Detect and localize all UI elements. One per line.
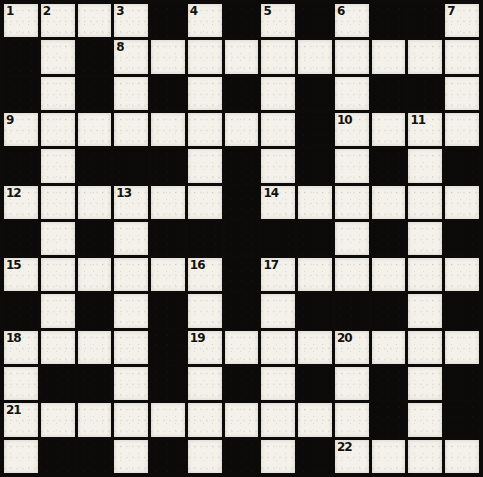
black-cell-r6c6 (225, 222, 259, 255)
white-cell-r2c12[interactable] (445, 77, 479, 110)
white-cell-r1c4[interactable] (151, 40, 185, 73)
black-cell-r6c7 (261, 222, 295, 255)
white-cell-r9c10[interactable] (372, 331, 406, 364)
white-cell-r7c4[interactable] (151, 258, 185, 291)
black-cell-r0c4 (151, 4, 185, 37)
black-cell-r1c2 (78, 40, 112, 73)
white-cell-r8c11[interactable] (408, 294, 442, 327)
black-cell-r4c10 (372, 149, 406, 182)
black-cell-r4c12 (445, 149, 479, 182)
white-cell-r10c5[interactable] (188, 367, 222, 400)
black-cell-r8c8 (298, 294, 332, 327)
white-cell-r11c3[interactable] (114, 403, 148, 436)
black-cell-r10c12 (445, 367, 479, 400)
white-cell-r7c2[interactable] (78, 258, 112, 291)
white-cell-r9c1[interactable] (41, 331, 75, 364)
clue-number-17: 17 (263, 258, 278, 272)
clue-number-21: 21 (6, 403, 21, 417)
white-cell-r7c9[interactable] (335, 258, 369, 291)
white-cell-r7c7[interactable]: 17 (261, 258, 295, 291)
black-cell-r0c10 (372, 4, 406, 37)
black-cell-r6c0 (4, 222, 38, 255)
black-cell-r0c11 (408, 4, 442, 37)
white-cell-r5c0[interactable]: 12 (4, 186, 38, 219)
white-cell-r6c11[interactable] (408, 222, 442, 255)
white-cell-r9c3[interactable] (114, 331, 148, 364)
clue-number-13: 13 (116, 186, 131, 200)
clue-number-10: 10 (337, 113, 352, 127)
white-cell-r0c12[interactable]: 7 (445, 4, 479, 37)
black-cell-r2c0 (4, 77, 38, 110)
white-cell-r12c11[interactable] (408, 440, 442, 473)
white-cell-r1c9[interactable] (335, 40, 369, 73)
white-cell-r0c3[interactable]: 3 (114, 4, 148, 37)
white-cell-r5c9[interactable] (335, 186, 369, 219)
white-cell-r12c3[interactable] (114, 440, 148, 473)
white-cell-r4c11[interactable] (408, 149, 442, 182)
black-cell-r3c8 (298, 113, 332, 146)
crossword-board: 12345678910111213141516171819202122 (0, 0, 483, 477)
clue-number-2: 2 (43, 4, 50, 18)
white-cell-r5c10[interactable] (372, 186, 406, 219)
white-cell-r9c2[interactable] (78, 331, 112, 364)
black-cell-r11c10 (372, 403, 406, 436)
white-cell-r11c11[interactable] (408, 403, 442, 436)
white-cell-r4c9[interactable] (335, 149, 369, 182)
white-cell-r3c10[interactable] (372, 113, 406, 146)
black-cell-r2c8 (298, 77, 332, 110)
white-cell-r5c8[interactable] (298, 186, 332, 219)
black-cell-r9c4 (151, 331, 185, 364)
white-cell-r6c3[interactable] (114, 222, 148, 255)
white-cell-r6c1[interactable] (41, 222, 75, 255)
white-cell-r5c5[interactable] (188, 186, 222, 219)
white-cell-r12c9[interactable]: 22 (335, 440, 369, 473)
white-cell-r8c3[interactable] (114, 294, 148, 327)
clue-number-12: 12 (6, 186, 21, 200)
white-cell-r7c5[interactable]: 16 (188, 258, 222, 291)
white-cell-r8c7[interactable] (261, 294, 295, 327)
black-cell-r1c0 (4, 40, 38, 73)
white-cell-r0c2[interactable] (78, 4, 112, 37)
white-cell-r5c7[interactable]: 14 (261, 186, 295, 219)
white-cell-r1c5[interactable] (188, 40, 222, 73)
clue-number-4: 4 (190, 4, 197, 18)
white-cell-r4c1[interactable] (41, 149, 75, 182)
black-cell-r8c12 (445, 294, 479, 327)
clue-number-11: 11 (410, 113, 425, 127)
black-cell-r5c6 (225, 186, 259, 219)
white-cell-r9c12[interactable] (445, 331, 479, 364)
white-cell-r3c6[interactable] (225, 113, 259, 146)
black-cell-r4c3 (114, 149, 148, 182)
white-cell-r8c5[interactable] (188, 294, 222, 327)
black-cell-r8c10 (372, 294, 406, 327)
white-cell-r3c4[interactable] (151, 113, 185, 146)
white-cell-r1c11[interactable] (408, 40, 442, 73)
white-cell-r9c11[interactable] (408, 331, 442, 364)
white-cell-r5c2[interactable] (78, 186, 112, 219)
white-cell-r1c10[interactable] (372, 40, 406, 73)
black-cell-r12c6 (225, 440, 259, 473)
white-cell-r7c10[interactable] (372, 258, 406, 291)
white-cell-r5c1[interactable] (41, 186, 75, 219)
black-cell-r6c8 (298, 222, 332, 255)
black-cell-r12c8 (298, 440, 332, 473)
white-cell-r7c8[interactable] (298, 258, 332, 291)
black-cell-r12c2 (78, 440, 112, 473)
white-cell-r3c0[interactable]: 9 (4, 113, 38, 146)
white-cell-r12c0[interactable] (4, 440, 38, 473)
black-cell-r4c8 (298, 149, 332, 182)
black-cell-r2c10 (372, 77, 406, 110)
white-cell-r4c7[interactable] (261, 149, 295, 182)
black-cell-r12c1 (41, 440, 75, 473)
black-cell-r4c2 (78, 149, 112, 182)
white-cell-r11c8[interactable] (298, 403, 332, 436)
white-cell-r9c0[interactable]: 18 (4, 331, 38, 364)
white-cell-r11c2[interactable] (78, 403, 112, 436)
black-cell-r10c1 (41, 367, 75, 400)
white-cell-r7c0[interactable]: 15 (4, 258, 38, 291)
white-cell-r5c11[interactable] (408, 186, 442, 219)
white-cell-r12c10[interactable] (372, 440, 406, 473)
white-cell-r9c7[interactable] (261, 331, 295, 364)
black-cell-r8c4 (151, 294, 185, 327)
white-cell-r3c12[interactable] (445, 113, 479, 146)
white-cell-r3c9[interactable]: 10 (335, 113, 369, 146)
clue-number-15: 15 (6, 258, 21, 272)
white-cell-r4c5[interactable] (188, 149, 222, 182)
white-cell-r10c11[interactable] (408, 367, 442, 400)
black-cell-r2c6 (225, 77, 259, 110)
black-cell-r10c4 (151, 367, 185, 400)
white-cell-r2c7[interactable] (261, 77, 295, 110)
white-cell-r1c12[interactable] (445, 40, 479, 73)
white-cell-r3c5[interactable] (188, 113, 222, 146)
white-cell-r11c4[interactable] (151, 403, 185, 436)
white-cell-r10c3[interactable] (114, 367, 148, 400)
clue-number-3: 3 (116, 4, 123, 18)
white-cell-r0c7[interactable]: 5 (261, 4, 295, 37)
black-cell-r8c2 (78, 294, 112, 327)
white-cell-r2c9[interactable] (335, 77, 369, 110)
white-cell-r6c9[interactable] (335, 222, 369, 255)
white-cell-r9c5[interactable]: 19 (188, 331, 222, 364)
clue-number-16: 16 (190, 258, 205, 272)
black-cell-r10c2 (78, 367, 112, 400)
white-cell-r3c3[interactable] (114, 113, 148, 146)
black-cell-r10c8 (298, 367, 332, 400)
white-cell-r5c4[interactable] (151, 186, 185, 219)
black-cell-r2c4 (151, 77, 185, 110)
black-cell-r2c2 (78, 77, 112, 110)
clue-number-1: 1 (6, 4, 13, 18)
white-cell-r1c8[interactable] (298, 40, 332, 73)
black-cell-r0c8 (298, 4, 332, 37)
black-cell-r8c9 (335, 294, 369, 327)
white-cell-r0c0[interactable]: 1 (4, 4, 38, 37)
white-cell-r12c7[interactable] (261, 440, 295, 473)
black-cell-r8c6 (225, 294, 259, 327)
white-cell-r12c12[interactable] (445, 440, 479, 473)
white-cell-r0c9[interactable]: 6 (335, 4, 369, 37)
white-cell-r9c6[interactable] (225, 331, 259, 364)
white-cell-r5c3[interactable]: 13 (114, 186, 148, 219)
white-cell-r2c1[interactable] (41, 77, 75, 110)
black-cell-r6c4 (151, 222, 185, 255)
black-cell-r4c6 (225, 149, 259, 182)
white-cell-r1c3[interactable]: 8 (114, 40, 148, 73)
black-cell-r12c4 (151, 440, 185, 473)
white-cell-r3c7[interactable] (261, 113, 295, 146)
white-cell-r1c1[interactable] (41, 40, 75, 73)
black-cell-r0c6 (225, 4, 259, 37)
white-cell-r8c1[interactable] (41, 294, 75, 327)
white-cell-r11c6[interactable] (225, 403, 259, 436)
white-cell-r9c9[interactable]: 20 (335, 331, 369, 364)
black-cell-r2c11 (408, 77, 442, 110)
clue-number-9: 9 (6, 113, 13, 127)
black-cell-r8c0 (4, 294, 38, 327)
white-cell-r0c5[interactable]: 4 (188, 4, 222, 37)
clue-number-5: 5 (263, 4, 270, 18)
clue-number-8: 8 (116, 40, 123, 54)
white-cell-r2c5[interactable] (188, 77, 222, 110)
black-cell-r6c2 (78, 222, 112, 255)
white-cell-r11c1[interactable] (41, 403, 75, 436)
black-cell-r10c10 (372, 367, 406, 400)
black-cell-r10c6 (225, 367, 259, 400)
black-cell-r4c4 (151, 149, 185, 182)
white-cell-r3c1[interactable] (41, 113, 75, 146)
clue-number-20: 20 (337, 331, 352, 345)
clue-number-6: 6 (337, 4, 344, 18)
white-cell-r2c3[interactable] (114, 77, 148, 110)
white-cell-r3c11[interactable]: 11 (408, 113, 442, 146)
white-cell-r10c0[interactable] (4, 367, 38, 400)
black-cell-r6c10 (372, 222, 406, 255)
clue-number-14: 14 (263, 186, 278, 200)
black-cell-r4c0 (4, 149, 38, 182)
white-cell-r1c7[interactable] (261, 40, 295, 73)
black-cell-r7c6 (225, 258, 259, 291)
clue-number-19: 19 (190, 331, 205, 345)
black-cell-r6c5 (188, 222, 222, 255)
white-cell-r11c9[interactable] (335, 403, 369, 436)
clue-number-22: 22 (337, 440, 352, 454)
black-cell-r6c12 (445, 222, 479, 255)
white-cell-r9c8[interactable] (298, 331, 332, 364)
white-cell-r3c2[interactable] (78, 113, 112, 146)
white-cell-r10c9[interactable] (335, 367, 369, 400)
white-cell-r12c5[interactable] (188, 440, 222, 473)
white-cell-r11c0[interactable]: 21 (4, 403, 38, 436)
white-cell-r7c1[interactable] (41, 258, 75, 291)
white-cell-r0c1[interactable]: 2 (41, 4, 75, 37)
white-cell-r7c11[interactable] (408, 258, 442, 291)
black-cell-r11c12 (445, 403, 479, 436)
white-cell-r11c7[interactable] (261, 403, 295, 436)
white-cell-r1c6[interactable] (225, 40, 259, 73)
white-cell-r5c12[interactable] (445, 186, 479, 219)
white-cell-r7c12[interactable] (445, 258, 479, 291)
clue-number-18: 18 (6, 331, 21, 345)
white-cell-r7c3[interactable] (114, 258, 148, 291)
white-cell-r10c7[interactable] (261, 367, 295, 400)
white-cell-r11c5[interactable] (188, 403, 222, 436)
clue-number-7: 7 (447, 4, 454, 18)
